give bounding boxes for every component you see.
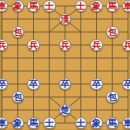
piece-han-elephant[interactable]: 象 (12, 0, 25, 12)
piece-cho-soldier[interactable]: 卒 (122, 78, 130, 91)
piece-han-elephant[interactable]: 象 (90, 0, 103, 12)
piece-cho-elephant[interactable]: 象 (12, 117, 25, 130)
janggi-board[interactable]: 車象馬士士象馬車漢包包兵兵兵兵兵卒卒卒卒卒包包楚車象馬士士象馬車 (0, 0, 130, 130)
piece-han-cannon[interactable]: 包 (12, 26, 25, 39)
piece-cho-horse[interactable]: 馬 (27, 117, 40, 130)
piece-cho-advisor[interactable]: 士 (43, 117, 56, 130)
piece-cho-soldier[interactable]: 卒 (90, 78, 103, 91)
piece-cho-advisor[interactable]: 士 (75, 117, 88, 130)
piece-han-general[interactable]: 漢 (59, 13, 72, 26)
piece-cho-cannon[interactable]: 包 (12, 91, 25, 104)
piece-cho-cannon[interactable]: 包 (106, 91, 119, 104)
piece-han-soldier[interactable]: 兵 (122, 39, 130, 52)
piece-han-advisor[interactable]: 士 (75, 0, 88, 12)
piece-cho-general[interactable]: 楚 (59, 104, 72, 117)
piece-cho-chariot[interactable]: 車 (122, 117, 130, 130)
piece-cho-soldier[interactable]: 卒 (27, 78, 40, 91)
piece-cho-soldier[interactable]: 卒 (59, 78, 72, 91)
piece-han-soldier[interactable]: 兵 (90, 39, 103, 52)
piece-han-soldier[interactable]: 兵 (27, 39, 40, 52)
piece-han-horse[interactable]: 馬 (106, 0, 119, 12)
piece-cho-horse[interactable]: 馬 (106, 117, 119, 130)
piece-han-cannon[interactable]: 包 (106, 26, 119, 39)
piece-han-horse[interactable]: 馬 (27, 0, 40, 12)
piece-han-advisor[interactable]: 士 (43, 0, 56, 12)
piece-han-soldier[interactable]: 兵 (59, 39, 72, 52)
piece-han-chariot[interactable]: 車 (122, 0, 130, 12)
piece-cho-elephant[interactable]: 象 (90, 117, 103, 130)
